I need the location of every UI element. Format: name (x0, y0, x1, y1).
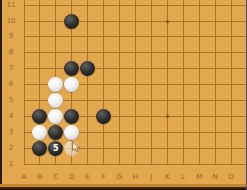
stone-white (64, 77, 79, 92)
grid-hline (24, 164, 247, 165)
grid-vline (151, 0, 152, 165)
column-coordinate-label: M (192, 174, 206, 181)
stone-black (64, 14, 79, 29)
grid-hline (24, 21, 247, 22)
column-coordinate-label: K (160, 174, 174, 181)
grid-vline (103, 0, 104, 165)
row-coordinate-label: 3 (4, 129, 18, 136)
column-coordinate-label: F (97, 174, 111, 181)
grid-vline (39, 0, 40, 165)
row-coordinate-label: 11 (4, 2, 18, 9)
stone-black (96, 109, 111, 124)
column-coordinate-label: A (17, 174, 31, 181)
row-coordinate-label: 5 (4, 97, 18, 104)
row-coordinate-label: 8 (4, 49, 18, 56)
board-left-edge (0, 0, 2, 190)
grid-vline (87, 0, 88, 165)
column-coordinate-label: O (224, 174, 238, 181)
row-coordinate-label: 4 (4, 113, 18, 120)
column-coordinate-label: D (65, 174, 79, 181)
grid-hline (24, 52, 247, 53)
star-point (166, 20, 169, 23)
star-point (166, 115, 169, 118)
stone-white (64, 125, 79, 140)
column-coordinate-label: B (33, 174, 47, 181)
grid-vline (135, 0, 136, 165)
go-board[interactable]: 1110987654321ABCDEFGHJKLMNO 5 (0, 0, 246, 190)
stone-black (32, 141, 47, 156)
board-bottom-shadow (0, 187, 246, 190)
grid-vline (119, 0, 120, 165)
column-coordinate-label: C (49, 174, 63, 181)
stone-black (48, 125, 63, 140)
stone-black (80, 61, 95, 76)
row-coordinate-label: 7 (4, 65, 18, 72)
column-coordinate-label: J (144, 174, 158, 181)
grid-hline (24, 68, 247, 69)
column-coordinate-label: H (129, 174, 143, 181)
stone-black (64, 61, 79, 76)
grid-vline (24, 0, 25, 165)
grid-vline (215, 0, 216, 165)
stone-white (48, 109, 63, 124)
grid-vline (183, 0, 184, 165)
stone-black (32, 109, 47, 124)
move-number-label: 5 (48, 141, 63, 156)
row-coordinate-label: 10 (4, 18, 18, 25)
grid-hline (24, 5, 247, 6)
grid-vline (199, 0, 200, 165)
row-coordinate-label: 1 (4, 161, 18, 168)
grid-vline (167, 0, 168, 165)
stone-black: 5 (48, 141, 63, 156)
stone-black (64, 109, 79, 124)
stone-white (32, 125, 47, 140)
row-coordinate-label: 2 (4, 145, 18, 152)
row-coordinate-label: 9 (4, 33, 18, 40)
column-coordinate-label: L (176, 174, 190, 181)
column-coordinate-label: G (113, 174, 127, 181)
column-coordinate-label: E (81, 174, 95, 181)
grid-hline (24, 36, 247, 37)
stone-white (48, 93, 63, 108)
arrow-pointer-icon (72, 141, 80, 152)
row-coordinate-label: 6 (4, 81, 18, 88)
grid-vline (231, 0, 232, 165)
column-coordinate-label: N (208, 174, 222, 181)
stone-white (48, 77, 63, 92)
